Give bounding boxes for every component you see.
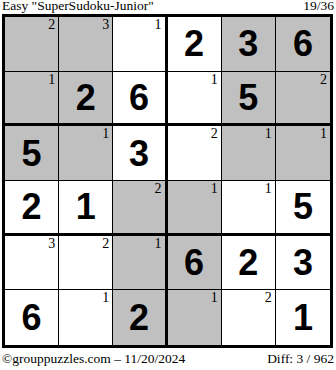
cell-value: 3 <box>113 126 164 180</box>
cell-value: 6 <box>276 17 330 71</box>
progress-counter: 19/36 <box>303 0 334 13</box>
cell-r4c5[interactable]: 1 <box>222 181 276 236</box>
footer: ©grouppuzzles.com – 11/20/2024 Diff: 3 /… <box>2 351 334 366</box>
cell-r6c3[interactable]: 2 <box>113 290 167 345</box>
cell-r4c2[interactable]: 1 <box>59 181 113 236</box>
cell-value: 6 <box>168 236 221 290</box>
pencil-mark: 1 <box>102 126 109 142</box>
pencil-mark: 1 <box>265 126 272 142</box>
cell-r5c4[interactable]: 6 <box>168 236 222 291</box>
cell-r5c2[interactable]: 2 <box>59 236 113 291</box>
pencil-mark: 3 <box>48 236 55 252</box>
cell-r6c1[interactable]: 6 <box>5 290 59 345</box>
header: Easy "SuperSudoku-Junior" 19/36 <box>2 0 334 13</box>
cell-value: 3 <box>222 17 275 71</box>
cell-value: 5 <box>276 181 330 233</box>
pencil-mark: 3 <box>102 17 109 33</box>
pencil-mark: 1 <box>320 126 327 142</box>
cell-value: 2 <box>113 290 164 345</box>
pencil-mark: 1 <box>211 290 218 306</box>
cell-r2c5[interactable]: 5 <box>222 72 276 127</box>
cell-value: 6 <box>5 290 58 345</box>
cell-r2c1[interactable]: 1 <box>5 72 59 127</box>
cell-r1c3[interactable]: 1 <box>113 17 167 72</box>
cell-value: 5 <box>5 126 58 180</box>
pencil-mark: 1 <box>211 181 218 197</box>
pencil-mark: 1 <box>48 72 55 88</box>
cell-r1c5[interactable]: 3 <box>222 17 276 72</box>
copyright-date: ©grouppuzzles.com – 11/20/2024 <box>2 351 185 366</box>
pencil-mark: 2 <box>102 236 109 252</box>
cell-r1c4[interactable]: 2 <box>168 17 222 72</box>
cell-value: 5 <box>222 72 275 124</box>
cell-r3c4[interactable]: 2 <box>168 126 222 181</box>
cell-value: 2 <box>168 17 221 71</box>
cell-r6c5[interactable]: 2 <box>222 290 276 345</box>
cell-value: 1 <box>59 181 112 233</box>
pencil-mark: 2 <box>320 72 327 88</box>
cell-value: 6 <box>113 72 164 124</box>
cell-value: 1 <box>276 290 330 345</box>
cell-value: 2 <box>5 181 58 233</box>
cell-r1c6[interactable]: 6 <box>276 17 330 72</box>
cell-value: 3 <box>276 236 330 290</box>
cell-r3c1[interactable]: 5 <box>5 126 59 181</box>
cell-r2c6[interactable]: 2 <box>276 72 330 127</box>
pencil-mark: 1 <box>211 72 218 88</box>
cell-r6c6[interactable]: 1 <box>276 290 330 345</box>
pencil-mark: 1 <box>265 181 272 197</box>
pencil-mark: 2 <box>211 126 218 142</box>
cell-r4c1[interactable]: 2 <box>5 181 59 236</box>
cell-r2c4[interactable]: 1 <box>168 72 222 127</box>
pencil-mark: 2 <box>155 181 162 197</box>
cell-r5c1[interactable]: 3 <box>5 236 59 291</box>
cell-r5c6[interactable]: 3 <box>276 236 330 291</box>
cell-r4c6[interactable]: 5 <box>276 181 330 236</box>
cell-r1c1[interactable]: 2 <box>5 17 59 72</box>
cell-r5c3[interactable]: 1 <box>113 236 167 291</box>
cell-r4c4[interactable]: 1 <box>168 181 222 236</box>
cell-r6c2[interactable]: 1 <box>59 290 113 345</box>
cell-r3c5[interactable]: 1 <box>222 126 276 181</box>
cell-r3c3[interactable]: 3 <box>113 126 167 181</box>
pencil-mark: 2 <box>265 290 272 306</box>
difficulty-rating: Diff: 3 / 962 <box>267 351 334 366</box>
cell-r5c5[interactable]: 2 <box>222 236 276 291</box>
cell-r4c3[interactable]: 2 <box>113 181 167 236</box>
pencil-mark: 1 <box>155 17 162 33</box>
pencil-mark: 1 <box>102 290 109 306</box>
pencil-mark: 2 <box>48 17 55 33</box>
cell-r3c6[interactable]: 1 <box>276 126 330 181</box>
cell-r6c4[interactable]: 1 <box>168 290 222 345</box>
cell-r1c2[interactable]: 3 <box>59 17 113 72</box>
sudoku-board: 231236126152513211212115321623612121 <box>2 14 333 348</box>
cell-value: 2 <box>222 236 275 290</box>
cell-r3c2[interactable]: 1 <box>59 126 113 181</box>
puzzle-title: Easy "SuperSudoku-Junior" <box>2 0 154 13</box>
cell-value: 2 <box>59 72 112 124</box>
cell-r2c2[interactable]: 2 <box>59 72 113 127</box>
cell-r2c3[interactable]: 6 <box>113 72 167 127</box>
pencil-mark: 1 <box>155 236 162 252</box>
